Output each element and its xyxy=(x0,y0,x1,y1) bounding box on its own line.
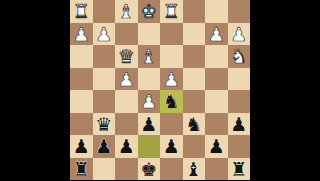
white-king[interactable]: ♚ xyxy=(140,0,157,22)
square-e7[interactable] xyxy=(138,135,161,158)
square-e1[interactable]: ♚ xyxy=(138,0,161,23)
square-a3[interactable]: ♞ xyxy=(228,45,251,68)
square-e4[interactable] xyxy=(138,68,161,91)
black-pawn[interactable]: ♟ xyxy=(73,135,90,157)
square-e6[interactable]: ♟ xyxy=(138,113,161,136)
square-h5[interactable] xyxy=(70,90,93,113)
square-c2[interactable] xyxy=(183,23,206,46)
square-d7[interactable]: ♟ xyxy=(160,135,183,158)
white-knight[interactable]: ♞ xyxy=(230,45,247,67)
square-g7[interactable]: ♟ xyxy=(93,135,116,158)
square-c7[interactable] xyxy=(183,135,206,158)
square-b5[interactable] xyxy=(205,90,228,113)
square-h1[interactable]: ♜ xyxy=(70,0,93,23)
white-rook[interactable]: ♜ xyxy=(163,0,180,22)
black-pawn[interactable]: ♟ xyxy=(208,135,225,157)
black-queen[interactable]: ♛ xyxy=(95,113,112,135)
black-pawn[interactable]: ♟ xyxy=(230,113,247,135)
square-a6[interactable]: ♟ xyxy=(228,113,251,136)
square-d5[interactable]: ♞ xyxy=(160,90,183,113)
letterbox-right xyxy=(250,0,320,180)
black-pawn[interactable]: ♟ xyxy=(118,135,135,157)
square-h2[interactable]: ♟ xyxy=(70,23,93,46)
square-c4[interactable] xyxy=(183,68,206,91)
square-a7[interactable] xyxy=(228,135,251,158)
square-h8[interactable]: ♜ xyxy=(70,158,93,181)
square-g8[interactable] xyxy=(93,158,116,181)
square-a8[interactable]: ♜ xyxy=(228,158,251,181)
square-f2[interactable] xyxy=(115,23,138,46)
square-c6[interactable]: ♞ xyxy=(183,113,206,136)
white-pawn[interactable]: ♟ xyxy=(230,23,247,45)
square-g5[interactable] xyxy=(93,90,116,113)
square-d4[interactable]: ♟ xyxy=(160,68,183,91)
square-c1[interactable] xyxy=(183,0,206,23)
square-c3[interactable] xyxy=(183,45,206,68)
white-queen[interactable]: ♛ xyxy=(118,45,135,67)
black-pawn[interactable]: ♟ xyxy=(163,135,180,157)
square-d6[interactable] xyxy=(160,113,183,136)
white-pawn[interactable]: ♟ xyxy=(140,90,157,112)
square-f7[interactable]: ♟ xyxy=(115,135,138,158)
square-g2[interactable]: ♟ xyxy=(93,23,116,46)
chessboard: ♜♝♚♜♟♟♟♟♛♝♞♟♟♟♞♛♟♞♟♟♟♟♟♟♜♚♝♜ xyxy=(70,0,250,180)
square-h6[interactable] xyxy=(70,113,93,136)
square-d1[interactable]: ♜ xyxy=(160,0,183,23)
square-e5[interactable]: ♟ xyxy=(138,90,161,113)
square-f6[interactable] xyxy=(115,113,138,136)
square-d2[interactable] xyxy=(160,23,183,46)
square-f8[interactable] xyxy=(115,158,138,181)
black-knight[interactable]: ♞ xyxy=(163,90,180,112)
square-b7[interactable]: ♟ xyxy=(205,135,228,158)
square-e2[interactable] xyxy=(138,23,161,46)
video-frame: ♜♝♚♜♟♟♟♟♛♝♞♟♟♟♞♛♟♞♟♟♟♟♟♟♜♚♝♜ xyxy=(0,0,320,180)
white-rook[interactable]: ♜ xyxy=(73,0,90,22)
square-b2[interactable]: ♟ xyxy=(205,23,228,46)
black-pawn[interactable]: ♟ xyxy=(95,135,112,157)
square-h4[interactable] xyxy=(70,68,93,91)
square-a1[interactable] xyxy=(228,0,251,23)
square-a4[interactable] xyxy=(228,68,251,91)
white-pawn[interactable]: ♟ xyxy=(118,68,135,90)
white-bishop[interactable]: ♝ xyxy=(118,0,135,22)
black-pawn[interactable]: ♟ xyxy=(140,113,157,135)
square-g4[interactable] xyxy=(93,68,116,91)
square-e8[interactable]: ♚ xyxy=(138,158,161,181)
square-g1[interactable] xyxy=(93,0,116,23)
square-c5[interactable] xyxy=(183,90,206,113)
black-rook[interactable]: ♜ xyxy=(230,158,247,180)
square-c8[interactable]: ♝ xyxy=(183,158,206,181)
square-d3[interactable] xyxy=(160,45,183,68)
square-e3[interactable]: ♝ xyxy=(138,45,161,68)
square-b6[interactable] xyxy=(205,113,228,136)
white-bishop[interactable]: ♝ xyxy=(140,45,157,67)
square-g6[interactable]: ♛ xyxy=(93,113,116,136)
square-b1[interactable] xyxy=(205,0,228,23)
black-king[interactable]: ♚ xyxy=(140,158,157,180)
black-rook[interactable]: ♜ xyxy=(73,158,90,180)
square-d8[interactable] xyxy=(160,158,183,181)
white-pawn[interactable]: ♟ xyxy=(163,68,180,90)
square-b3[interactable] xyxy=(205,45,228,68)
white-pawn[interactable]: ♟ xyxy=(208,23,225,45)
black-bishop[interactable]: ♝ xyxy=(185,158,202,180)
letterbox-left xyxy=(0,0,70,180)
square-b8[interactable] xyxy=(205,158,228,181)
square-f4[interactable]: ♟ xyxy=(115,68,138,91)
square-f5[interactable] xyxy=(115,90,138,113)
white-pawn[interactable]: ♟ xyxy=(95,23,112,45)
square-a5[interactable] xyxy=(228,90,251,113)
square-h3[interactable] xyxy=(70,45,93,68)
white-pawn[interactable]: ♟ xyxy=(73,23,90,45)
square-h7[interactable]: ♟ xyxy=(70,135,93,158)
square-f1[interactable]: ♝ xyxy=(115,0,138,23)
square-b4[interactable] xyxy=(205,68,228,91)
square-a2[interactable]: ♟ xyxy=(228,23,251,46)
square-f3[interactable]: ♛ xyxy=(115,45,138,68)
black-knight[interactable]: ♞ xyxy=(185,113,202,135)
square-g3[interactable] xyxy=(93,45,116,68)
